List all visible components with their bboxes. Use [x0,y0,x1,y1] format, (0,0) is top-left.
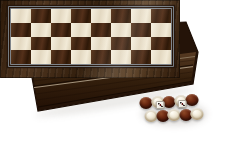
case-top-face [0,0,180,78]
die [178,100,187,108]
white-checker [191,108,204,120]
die [156,101,165,109]
product-photo-stage [0,0,240,150]
lid-sheen-highlight [0,0,180,78]
brown-checker [186,94,199,106]
